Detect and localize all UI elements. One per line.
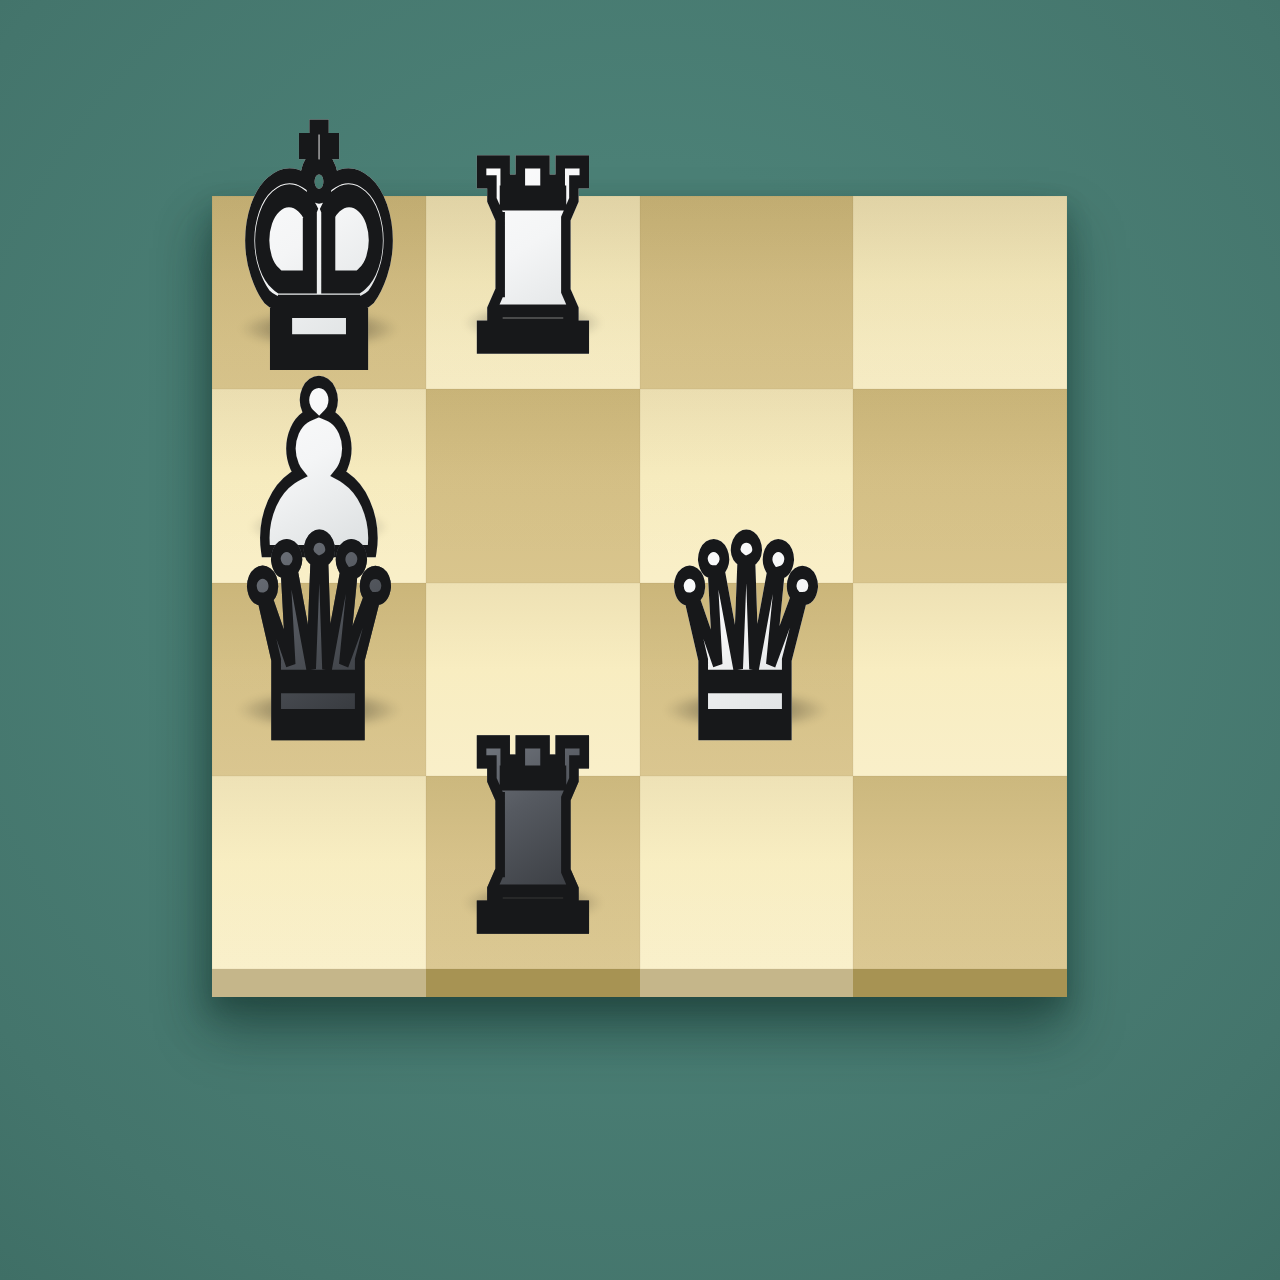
board-edge-segment [640,969,854,997]
board-front-edge [212,969,1067,997]
board-edge-segment [212,969,426,997]
chess-board: ♚♜♟♛♛♜ [212,196,1067,997]
white-rook-icon: ♜ [451,134,615,387]
piece-black-rook[interactable]: ♜ [426,776,640,969]
black-queen-icon: ♛ [230,505,408,776]
piece-white-queen[interactable]: ♛ [640,583,854,776]
white-queen-icon: ♛ [657,505,835,776]
pieces-layer: ♚♜♟♛♛♜ [212,196,1067,969]
black-rook-icon: ♜ [451,714,615,967]
board-edge-segment [853,969,1067,997]
piece-white-rook[interactable]: ♜ [426,196,640,389]
piece-black-queen[interactable]: ♛ [212,583,426,776]
scene-background: ♚♜♟♛♛♜ [0,0,1280,1280]
